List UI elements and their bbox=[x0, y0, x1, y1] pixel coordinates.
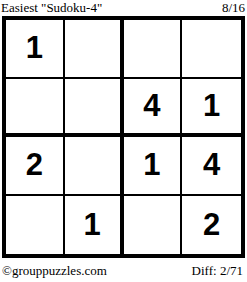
difficulty-text: Diff: 2/71 bbox=[192, 263, 243, 278]
cell-r1c4[interactable] bbox=[182, 20, 241, 79]
cell-r2c3: 4 bbox=[124, 79, 183, 138]
cell-r3c1: 2 bbox=[6, 137, 65, 196]
cell-r1c2[interactable] bbox=[65, 20, 124, 79]
cell-r1c1: 1 bbox=[6, 20, 65, 79]
cell-r3c2[interactable] bbox=[65, 137, 124, 196]
cell-r1c3[interactable] bbox=[124, 20, 183, 79]
sudoku-board: 1 4 1 2 1 4 1 2 bbox=[2, 16, 245, 258]
header: Easiest "Sudoku-4" 8/16 bbox=[0, 0, 247, 16]
puzzle-page: Easiest "Sudoku-4" 8/16 1 4 1 2 1 4 1 2 … bbox=[0, 0, 247, 282]
cell-r2c4: 1 bbox=[182, 79, 241, 138]
cell-r4c1[interactable] bbox=[6, 196, 65, 255]
cell-r2c1[interactable] bbox=[6, 79, 65, 138]
cell-r3c4: 4 bbox=[182, 137, 241, 196]
cell-r3c3: 1 bbox=[124, 137, 183, 196]
cell-r4c3[interactable] bbox=[124, 196, 183, 255]
copyright-text: ©grouppuzzles.com bbox=[2, 263, 107, 278]
page-title: Easiest "Sudoku-4" bbox=[1, 0, 102, 15]
footer: ©grouppuzzles.com Diff: 2/71 bbox=[0, 263, 247, 278]
cell-r2c2[interactable] bbox=[65, 79, 124, 138]
cell-r4c4: 2 bbox=[182, 196, 241, 255]
cell-r4c2: 1 bbox=[65, 196, 124, 255]
givens-count: 8/16 bbox=[222, 0, 245, 15]
